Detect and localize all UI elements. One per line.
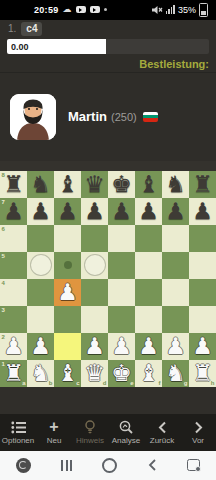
forward-move-label: Vor [192, 437, 204, 445]
status-bar: 20:59 ☁ 35% [0, 0, 216, 20]
white-knight[interactable]: ♞ [27, 360, 54, 387]
eval-white: 0.00 [7, 39, 106, 54]
square-f1[interactable]: f♝ [135, 360, 162, 387]
square-c1[interactable]: c♝ [54, 360, 81, 387]
hint-label: Hinweis [76, 437, 104, 445]
android-nav-bar [0, 451, 216, 480]
square-a8[interactable]: 8♜ [0, 171, 27, 198]
home-icon[interactable] [102, 458, 117, 473]
rank-label: 6 [2, 226, 5, 232]
evaluation-bar: 0.00 [7, 39, 209, 54]
square-b2[interactable]: ♟ [27, 333, 54, 360]
white-knight[interactable]: ♞ [162, 360, 189, 387]
black-pawn[interactable]: ♟ [0, 198, 27, 225]
square-g2[interactable]: ♟ [162, 333, 189, 360]
square-d3[interactable] [81, 306, 108, 333]
square-g5[interactable] [162, 252, 189, 279]
square-c6[interactable] [54, 225, 81, 252]
new-game-button[interactable]: + Neu [36, 414, 72, 451]
square-a2[interactable]: 2♟ [0, 333, 27, 360]
rank-label: 4 [2, 280, 5, 286]
app-bubble-icon[interactable] [16, 458, 31, 473]
square-f7[interactable]: ♟ [135, 198, 162, 225]
white-pawn[interactable]: ♟ [27, 333, 54, 360]
square-a1[interactable]: 1a♜ [0, 360, 27, 387]
white-pawn[interactable]: ♟ [0, 333, 27, 360]
square-c7[interactable]: ♟ [54, 198, 81, 225]
chess-app: 1. c4 0.00 Bestleistung: [0, 20, 216, 451]
rank-label: 5 [2, 253, 5, 259]
black-knight[interactable]: ♞ [162, 171, 189, 198]
square-g6[interactable] [162, 225, 189, 252]
back-move-label: Zurück [150, 437, 174, 445]
black-queen[interactable]: ♛ [81, 171, 108, 198]
options-label: Optionen [2, 437, 34, 445]
square-d6[interactable] [81, 225, 108, 252]
square-h3[interactable] [189, 306, 216, 333]
white-pawn[interactable]: ♟ [54, 279, 81, 306]
bulgaria-flag [143, 112, 158, 122]
square-e3[interactable] [108, 306, 135, 333]
cloud-icon: ☁ [63, 5, 72, 14]
board-top-gap [0, 161, 216, 171]
square-h4[interactable] [189, 279, 216, 306]
black-rook[interactable]: ♜ [189, 171, 216, 198]
black-pawn[interactable]: ♟ [81, 198, 108, 225]
square-f4[interactable] [135, 279, 162, 306]
square-a7[interactable]: 7♟ [0, 198, 27, 225]
black-pawn[interactable]: ♟ [162, 198, 189, 225]
battery-icon [199, 3, 208, 17]
board-bottom-gap [0, 387, 216, 414]
best-row: Bestleistung: [0, 56, 216, 73]
hint-button[interactable]: Hinweis [72, 414, 108, 451]
chess-board[interactable]: 8♜♞♝♛♚♝♞♜7♟♟♟♟♟♟♟♟654♟32♟♟♟♟♟♟♟1a♜b♞c♝d♛… [0, 171, 216, 387]
back-icon[interactable] [147, 458, 157, 472]
square-e6[interactable] [108, 225, 135, 252]
black-king[interactable]: ♚ [108, 171, 135, 198]
bottom-toolbar: Optionen + Neu Hinweis [0, 414, 216, 451]
square-d1[interactable]: d♛ [81, 360, 108, 387]
square-g1[interactable]: g♞ [162, 360, 189, 387]
square-h7[interactable]: ♟ [189, 198, 216, 225]
capture-icon[interactable] [187, 459, 200, 471]
opponent-row[interactable]: Martin (250) [0, 73, 216, 161]
phone-screen: 20:59 ☁ 35% 1. c4 0. [0, 0, 216, 480]
clock: 20:59 [34, 5, 59, 15]
square-b6[interactable] [27, 225, 54, 252]
battery-percent: 35% [178, 5, 196, 15]
square-h8[interactable]: ♜ [189, 171, 216, 198]
black-bishop[interactable]: ♝ [135, 171, 162, 198]
black-rook[interactable]: ♜ [0, 171, 27, 198]
evaluation-row: 0.00 [0, 38, 216, 56]
white-pawn[interactable]: ♟ [135, 333, 162, 360]
move-hint-dot[interactable] [64, 261, 72, 269]
square-b8[interactable]: ♞ [27, 171, 54, 198]
black-knight[interactable]: ♞ [27, 171, 54, 198]
video-play-icon [76, 6, 86, 13]
forward-move-button[interactable]: Vor [180, 414, 216, 451]
square-e7[interactable]: ♟ [108, 198, 135, 225]
move-hint-ring[interactable] [30, 254, 52, 276]
back-move-button[interactable]: Zurück [144, 414, 180, 451]
move-number: 1. [8, 23, 16, 34]
black-pawn[interactable]: ♟ [108, 198, 135, 225]
square-d8[interactable]: ♛ [81, 171, 108, 198]
square-g4[interactable] [162, 279, 189, 306]
avatar[interactable] [10, 94, 56, 140]
square-g7[interactable]: ♟ [162, 198, 189, 225]
square-c5[interactable] [54, 252, 81, 279]
square-d2[interactable]: ♟ [81, 333, 108, 360]
white-queen[interactable]: ♛ [81, 360, 108, 387]
chevron-right-icon [194, 420, 203, 435]
square-d5[interactable] [81, 252, 108, 279]
square-e8[interactable]: ♚ [108, 171, 135, 198]
move-list: 1. c4 [0, 20, 216, 38]
white-bishop[interactable]: ♝ [54, 360, 81, 387]
square-g8[interactable]: ♞ [162, 171, 189, 198]
white-rook[interactable]: ♜ [189, 360, 216, 387]
square-f3[interactable] [135, 306, 162, 333]
black-pawn[interactable]: ♟ [135, 198, 162, 225]
square-d7[interactable]: ♟ [81, 198, 108, 225]
new-game-label: Neu [47, 437, 62, 445]
best-performance-label: Bestleistung: [139, 58, 209, 70]
plus-icon: + [49, 420, 58, 435]
square-h1[interactable]: h♜ [189, 360, 216, 387]
black-pawn[interactable]: ♟ [54, 198, 81, 225]
white-king[interactable]: ♚ [108, 360, 135, 387]
square-e4[interactable] [108, 279, 135, 306]
square-e2[interactable]: ♟ [108, 333, 135, 360]
magnifier-icon [119, 420, 133, 435]
square-f6[interactable] [135, 225, 162, 252]
white-rook[interactable]: ♜ [0, 360, 27, 387]
analysis-button[interactable]: Analyse [108, 414, 144, 451]
square-h5[interactable] [189, 252, 216, 279]
square-d4[interactable] [81, 279, 108, 306]
square-b1[interactable]: b♞ [27, 360, 54, 387]
square-c8[interactable]: ♝ [54, 171, 81, 198]
square-e5[interactable] [108, 252, 135, 279]
list-icon [11, 420, 26, 435]
move-hint-ring[interactable] [84, 254, 106, 276]
black-bishop[interactable]: ♝ [54, 171, 81, 198]
square-e1[interactable]: e♚ [108, 360, 135, 387]
square-b4[interactable] [27, 279, 54, 306]
player-name: Martin [68, 109, 107, 124]
square-h2[interactable]: ♟ [189, 333, 216, 360]
avatar-image [10, 94, 56, 140]
white-pawn[interactable]: ♟ [81, 333, 108, 360]
chevron-left-icon [158, 420, 167, 435]
analysis-label: Analyse [112, 437, 140, 445]
dot-icon [104, 8, 107, 11]
white-bishop[interactable]: ♝ [135, 360, 162, 387]
square-f2[interactable]: ♟ [135, 333, 162, 360]
speaker-muted-icon [152, 5, 163, 15]
recents-icon[interactable] [61, 460, 72, 471]
square-a6[interactable]: 6 [0, 225, 27, 252]
square-g3[interactable] [162, 306, 189, 333]
square-b7[interactable]: ♟ [27, 198, 54, 225]
square-b3[interactable] [27, 306, 54, 333]
player-rating: (250) [111, 111, 137, 123]
options-button[interactable]: Optionen [0, 414, 36, 451]
white-pawn[interactable]: ♟ [189, 333, 216, 360]
square-c3[interactable] [54, 306, 81, 333]
square-a3[interactable]: 3 [0, 306, 27, 333]
square-h6[interactable] [189, 225, 216, 252]
black-pawn[interactable]: ♟ [189, 198, 216, 225]
black-pawn[interactable]: ♟ [27, 198, 54, 225]
video-play-icon [90, 6, 100, 13]
rank-label: 3 [2, 307, 5, 313]
square-c2[interactable] [54, 333, 81, 360]
white-pawn[interactable]: ♟ [108, 333, 135, 360]
square-f5[interactable] [135, 252, 162, 279]
square-a4[interactable]: 4 [0, 279, 27, 306]
signal-bars-icon [166, 5, 175, 14]
move-chip[interactable]: c4 [21, 22, 42, 36]
square-c4[interactable]: ♟ [54, 279, 81, 306]
square-a5[interactable]: 5 [0, 252, 27, 279]
square-f8[interactable]: ♝ [135, 171, 162, 198]
square-b5[interactable] [27, 252, 54, 279]
white-pawn[interactable]: ♟ [162, 333, 189, 360]
lightbulb-icon [84, 420, 96, 435]
